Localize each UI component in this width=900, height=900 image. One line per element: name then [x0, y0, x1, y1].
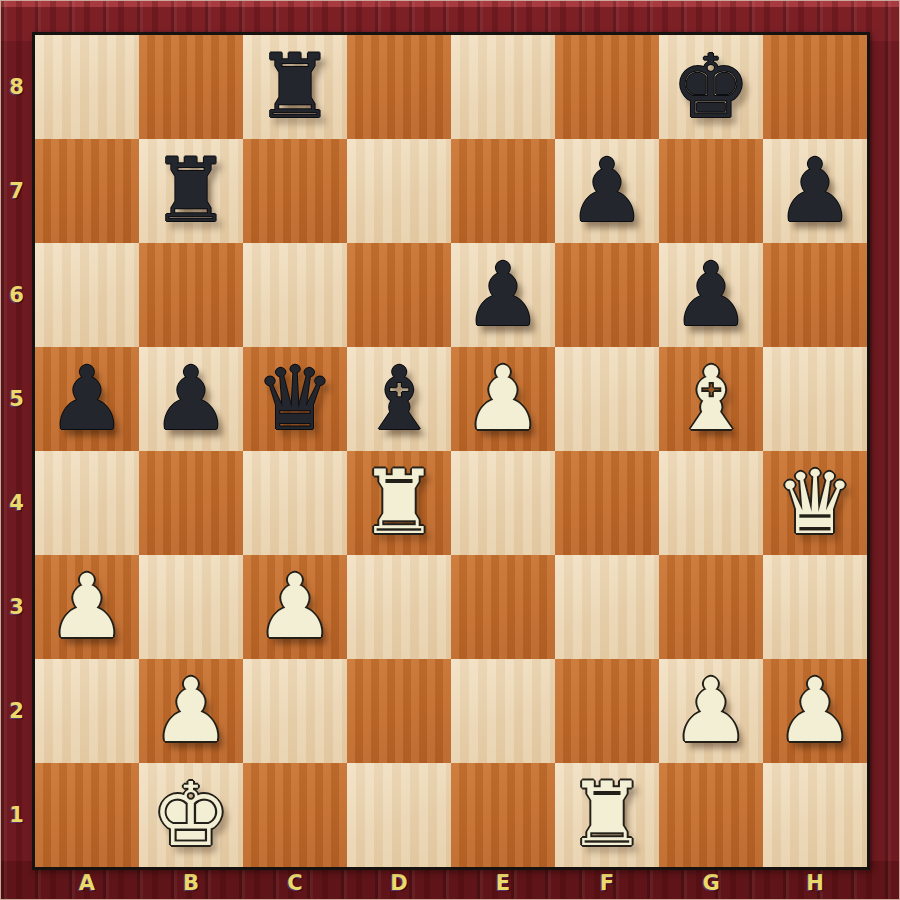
- file-label-b: B: [183, 871, 199, 895]
- square-d1[interactable]: [347, 763, 451, 867]
- black-bishop-d5[interactable]: ♝: [360, 349, 439, 449]
- square-f4[interactable]: [555, 451, 659, 555]
- black-king-g8[interactable]: ♚: [672, 37, 751, 137]
- file-label-h: H: [806, 871, 824, 895]
- square-g6[interactable]: ♟: [659, 243, 763, 347]
- square-c7[interactable]: [243, 139, 347, 243]
- square-c6[interactable]: [243, 243, 347, 347]
- square-e7[interactable]: [451, 139, 555, 243]
- square-e2[interactable]: [451, 659, 555, 763]
- square-a8[interactable]: [35, 35, 139, 139]
- rank-label-4: 4: [9, 491, 24, 515]
- square-d4[interactable]: ♜: [347, 451, 451, 555]
- black-pawn-h7[interactable]: ♟: [776, 141, 855, 241]
- square-g2[interactable]: ♟: [659, 659, 763, 763]
- square-c4[interactable]: [243, 451, 347, 555]
- square-e1[interactable]: [451, 763, 555, 867]
- square-b4[interactable]: [139, 451, 243, 555]
- white-pawn-b2[interactable]: ♟: [152, 661, 231, 761]
- file-labels: ABCDEFGH: [35, 867, 867, 899]
- square-f6[interactable]: [555, 243, 659, 347]
- square-d6[interactable]: [347, 243, 451, 347]
- rank-label-7: 7: [9, 179, 24, 203]
- square-h1[interactable]: [763, 763, 867, 867]
- square-h2[interactable]: ♟: [763, 659, 867, 763]
- square-a6[interactable]: [35, 243, 139, 347]
- square-b8[interactable]: [139, 35, 243, 139]
- square-h7[interactable]: ♟: [763, 139, 867, 243]
- file-label-f: F: [600, 871, 614, 895]
- square-f2[interactable]: [555, 659, 659, 763]
- white-queen-h4[interactable]: ♛: [776, 453, 855, 553]
- square-a4[interactable]: [35, 451, 139, 555]
- square-h5[interactable]: [763, 347, 867, 451]
- file-label-g: G: [702, 871, 719, 895]
- square-h8[interactable]: [763, 35, 867, 139]
- square-b6[interactable]: [139, 243, 243, 347]
- board-frame: 87654321 ABCDEFGH ♜♚♜♟♟♟♟♟♟♛♝♟♝♜♛♟♟♟♟♟♚♜: [0, 0, 900, 900]
- black-pawn-b5[interactable]: ♟: [152, 349, 231, 449]
- square-h6[interactable]: [763, 243, 867, 347]
- square-c2[interactable]: [243, 659, 347, 763]
- black-rook-b7[interactable]: ♜: [152, 141, 231, 241]
- square-a2[interactable]: [35, 659, 139, 763]
- white-pawn-e5[interactable]: ♟: [464, 349, 543, 449]
- square-e8[interactable]: [451, 35, 555, 139]
- file-label-c: C: [287, 871, 302, 895]
- file-label-d: D: [390, 871, 407, 895]
- square-d3[interactable]: [347, 555, 451, 659]
- square-g4[interactable]: [659, 451, 763, 555]
- white-king-b1[interactable]: ♚: [152, 765, 231, 865]
- white-pawn-c3[interactable]: ♟: [256, 557, 335, 657]
- square-e3[interactable]: [451, 555, 555, 659]
- square-c3[interactable]: ♟: [243, 555, 347, 659]
- square-b1[interactable]: ♚: [139, 763, 243, 867]
- square-f7[interactable]: ♟: [555, 139, 659, 243]
- square-f5[interactable]: [555, 347, 659, 451]
- square-f3[interactable]: [555, 555, 659, 659]
- square-c8[interactable]: ♜: [243, 35, 347, 139]
- square-b3[interactable]: [139, 555, 243, 659]
- square-a1[interactable]: [35, 763, 139, 867]
- square-e5[interactable]: ♟: [451, 347, 555, 451]
- square-f1[interactable]: ♜: [555, 763, 659, 867]
- rank-label-2: 2: [9, 699, 24, 723]
- rank-label-6: 6: [9, 283, 24, 307]
- square-a3[interactable]: ♟: [35, 555, 139, 659]
- square-b5[interactable]: ♟: [139, 347, 243, 451]
- square-e4[interactable]: [451, 451, 555, 555]
- square-c5[interactable]: ♛: [243, 347, 347, 451]
- square-g1[interactable]: [659, 763, 763, 867]
- rank-label-3: 3: [9, 595, 24, 619]
- square-d2[interactable]: [347, 659, 451, 763]
- white-rook-f1[interactable]: ♜: [568, 765, 647, 865]
- white-pawn-g2[interactable]: ♟: [672, 661, 751, 761]
- rank-label-1: 1: [9, 803, 24, 827]
- square-b2[interactable]: ♟: [139, 659, 243, 763]
- file-label-a: A: [79, 871, 95, 895]
- square-d7[interactable]: [347, 139, 451, 243]
- rank-labels: 87654321: [1, 35, 32, 867]
- black-pawn-e6[interactable]: ♟: [464, 245, 543, 345]
- square-d5[interactable]: ♝: [347, 347, 451, 451]
- square-h4[interactable]: ♛: [763, 451, 867, 555]
- black-pawn-f7[interactable]: ♟: [568, 141, 647, 241]
- square-d8[interactable]: [347, 35, 451, 139]
- white-pawn-a3[interactable]: ♟: [48, 557, 127, 657]
- black-pawn-g6[interactable]: ♟: [672, 245, 751, 345]
- square-g3[interactable]: [659, 555, 763, 659]
- square-e6[interactable]: ♟: [451, 243, 555, 347]
- file-label-e: E: [496, 871, 510, 895]
- square-a5[interactable]: ♟: [35, 347, 139, 451]
- square-g7[interactable]: [659, 139, 763, 243]
- square-a7[interactable]: [35, 139, 139, 243]
- square-h3[interactable]: [763, 555, 867, 659]
- black-queen-c5[interactable]: ♛: [256, 349, 335, 449]
- black-rook-c8[interactable]: ♜: [256, 37, 335, 137]
- rank-label-8: 8: [9, 75, 24, 99]
- square-c1[interactable]: [243, 763, 347, 867]
- square-b7[interactable]: ♜: [139, 139, 243, 243]
- square-f8[interactable]: [555, 35, 659, 139]
- white-rook-d4[interactable]: ♜: [360, 453, 439, 553]
- black-pawn-a5[interactable]: ♟: [48, 349, 127, 449]
- chess-board: ♜♚♜♟♟♟♟♟♟♛♝♟♝♜♛♟♟♟♟♟♚♜: [32, 32, 870, 870]
- white-bishop-g5[interactable]: ♝: [672, 349, 751, 449]
- white-pawn-h2[interactable]: ♟: [776, 661, 855, 761]
- square-g8[interactable]: ♚: [659, 35, 763, 139]
- rank-label-5: 5: [9, 387, 24, 411]
- square-g5[interactable]: ♝: [659, 347, 763, 451]
